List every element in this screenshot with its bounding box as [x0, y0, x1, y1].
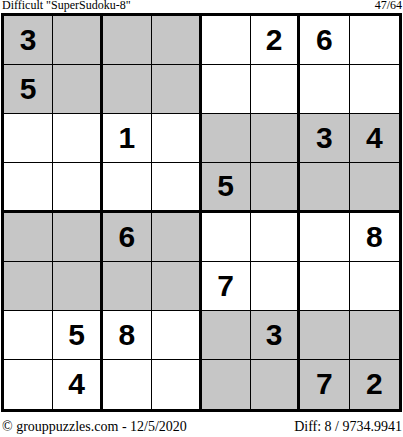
cell-r5c7[interactable] — [300, 213, 349, 262]
cell-r8c1[interactable] — [4, 360, 53, 409]
cell-r4c7[interactable] — [300, 163, 349, 212]
copyright-text: © grouppuzzles.com - 12/5/2020 — [2, 419, 187, 435]
cell-r3c4[interactable] — [152, 114, 201, 163]
cell-r5c2[interactable] — [53, 213, 102, 262]
cell-r7c5[interactable] — [202, 311, 251, 360]
cell-r6c1[interactable] — [4, 262, 53, 311]
cell-r8c6[interactable] — [251, 360, 300, 409]
cell-r3c3-given: 1 — [103, 114, 152, 163]
cell-r7c2-given: 5 — [53, 311, 102, 360]
cell-r2c3[interactable] — [103, 65, 152, 114]
cell-r4c2[interactable] — [53, 163, 102, 212]
cell-r4c8[interactable] — [350, 163, 399, 212]
cell-r1c6-given: 2 — [251, 16, 300, 65]
cell-r7c6-given: 3 — [251, 311, 300, 360]
cell-r4c5-given: 5 — [202, 163, 251, 212]
cell-r7c7[interactable] — [300, 311, 349, 360]
cell-r5c4[interactable] — [152, 213, 201, 262]
footer: © grouppuzzles.com - 12/5/2020 Diff: 8 /… — [2, 419, 402, 435]
cell-r5c5[interactable] — [202, 213, 251, 262]
cell-r7c1[interactable] — [4, 311, 53, 360]
cell-r7c8[interactable] — [350, 311, 399, 360]
cell-r2c1-given: 5 — [4, 65, 53, 114]
cell-r5c1[interactable] — [4, 213, 53, 262]
cell-r2c5[interactable] — [202, 65, 251, 114]
cell-r3c7-given: 3 — [300, 114, 349, 163]
cell-r3c6[interactable] — [251, 114, 300, 163]
cell-r1c3[interactable] — [103, 16, 152, 65]
cell-r5c3-given: 6 — [103, 213, 152, 262]
cell-r1c2[interactable] — [53, 16, 102, 65]
cell-r6c6[interactable] — [251, 262, 300, 311]
cell-r2c6[interactable] — [251, 65, 300, 114]
sudoku-board: 32651345687583472 — [1, 13, 402, 412]
puzzle-title: Difficult "SuperSudoku-8" — [2, 0, 131, 12]
cell-r8c8-given: 2 — [350, 360, 399, 409]
cell-r8c4[interactable] — [152, 360, 201, 409]
cell-r8c2-given: 4 — [53, 360, 102, 409]
cell-r1c8[interactable] — [350, 16, 399, 65]
cell-r2c8[interactable] — [350, 65, 399, 114]
cell-r2c2[interactable] — [53, 65, 102, 114]
puzzle-page: Difficult "SuperSudoku-8" 47/64 32651345… — [0, 0, 403, 437]
cell-r6c8[interactable] — [350, 262, 399, 311]
cell-r3c2[interactable] — [53, 114, 102, 163]
cell-r5c6[interactable] — [251, 213, 300, 262]
cell-r5c8-given: 8 — [350, 213, 399, 262]
cell-r8c3[interactable] — [103, 360, 152, 409]
cell-r1c4[interactable] — [152, 16, 201, 65]
cell-r3c1[interactable] — [4, 114, 53, 163]
cell-r7c4[interactable] — [152, 311, 201, 360]
cell-r3c8-given: 4 — [350, 114, 399, 163]
cell-r4c4[interactable] — [152, 163, 201, 212]
cell-r4c3[interactable] — [103, 163, 152, 212]
cell-r1c7-given: 6 — [300, 16, 349, 65]
cells-remaining-counter: 47/64 — [375, 0, 402, 12]
cell-r8c5[interactable] — [202, 360, 251, 409]
cell-r8c7-given: 7 — [300, 360, 349, 409]
cell-r3c5[interactable] — [202, 114, 251, 163]
cell-r2c4[interactable] — [152, 65, 201, 114]
header: Difficult "SuperSudoku-8" 47/64 — [2, 0, 402, 12]
cell-r4c1[interactable] — [4, 163, 53, 212]
cell-r7c3-given: 8 — [103, 311, 152, 360]
cell-r6c5-given: 7 — [202, 262, 251, 311]
cell-r2c7[interactable] — [300, 65, 349, 114]
cell-r1c5[interactable] — [202, 16, 251, 65]
cell-r4c6[interactable] — [251, 163, 300, 212]
cell-r6c4[interactable] — [152, 262, 201, 311]
cell-r6c2[interactable] — [53, 262, 102, 311]
cell-r6c7[interactable] — [300, 262, 349, 311]
difficulty-text: Diff: 8 / 9734.9941 — [294, 419, 402, 435]
cell-r6c3[interactable] — [103, 262, 152, 311]
cell-r1c1-given: 3 — [4, 16, 53, 65]
